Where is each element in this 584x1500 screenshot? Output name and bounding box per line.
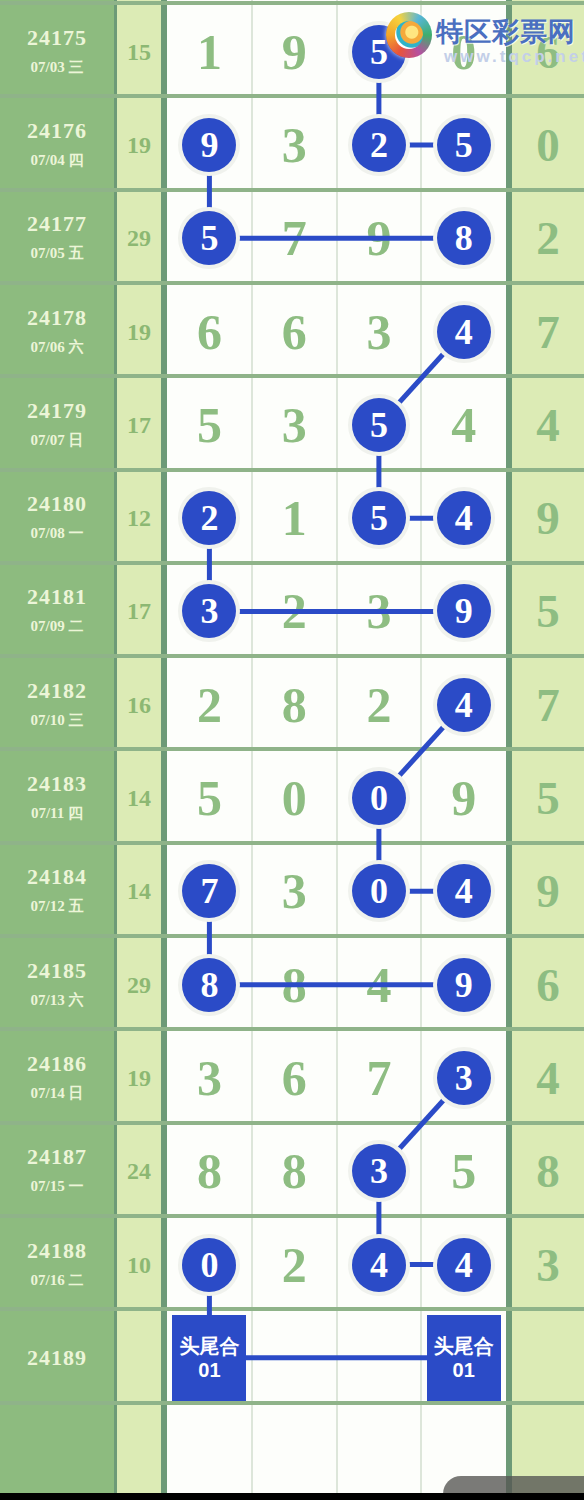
grid-digit: 0	[282, 773, 307, 823]
row-separator	[0, 94, 584, 98]
tail-digit: 3	[536, 1241, 560, 1288]
draw-date-label: 07/12 五	[31, 897, 84, 916]
tail-digit: 6	[536, 28, 560, 75]
issue-label: 24175	[27, 25, 87, 51]
issue-label: 24177	[27, 211, 87, 237]
row-separator	[0, 1307, 584, 1311]
tail-digit: 0	[536, 121, 560, 168]
grid-digit: 8	[197, 1146, 222, 1196]
tail-digit: 4	[536, 401, 560, 448]
draw-date-label: 07/03 三	[31, 57, 84, 76]
grid-digit: 3	[282, 866, 307, 916]
grid-digit: 9	[451, 773, 476, 823]
tail-digit: 8	[536, 1148, 560, 1195]
row-separator	[0, 1027, 584, 1031]
issue-label: 24188	[27, 1238, 87, 1264]
sum-value: 16	[127, 691, 151, 718]
tail-digit: 9	[536, 495, 560, 542]
row-separator	[0, 654, 584, 658]
hot-digit-circle: 4	[437, 491, 491, 545]
row-separator	[0, 1214, 584, 1218]
draw-date-label: 07/15 一	[31, 1177, 84, 1196]
hot-digit-circle: 2	[352, 118, 406, 172]
hot-digit-circle: 2	[182, 491, 236, 545]
sum-value: 15	[127, 38, 151, 65]
draw-date-label: 07/13 六	[31, 990, 84, 1009]
row-separator	[0, 841, 584, 845]
head-tail-value: 01	[453, 1358, 475, 1382]
hot-digit-circle: 4	[352, 1238, 406, 1292]
grid-digit: 9	[366, 213, 391, 263]
grid-digit: 5	[197, 773, 222, 823]
issue-label: 24189	[27, 1345, 87, 1371]
issue-label: 24179	[27, 398, 87, 424]
head-tail-label: 头尾合	[434, 1334, 494, 1358]
hot-digit-circle: 5	[352, 25, 406, 79]
issue-label: 24186	[27, 1051, 87, 1077]
draw-date-label: 07/14 日	[31, 1083, 84, 1102]
issue-label: 24180	[27, 491, 87, 517]
hot-digit-circle: 8	[182, 958, 236, 1012]
grid-digit: 6	[197, 307, 222, 357]
grid-digit: 2	[366, 680, 391, 730]
tail-digit: 6	[536, 961, 560, 1008]
draw-date-label: 07/08 一	[31, 524, 84, 543]
grid-digit: 5	[197, 400, 222, 450]
row-separator	[0, 374, 584, 378]
hot-digit-circle: 0	[352, 771, 406, 825]
grid-digit: 1	[282, 493, 307, 543]
grid-digit: 7	[282, 213, 307, 263]
hot-digit-circle: 0	[352, 864, 406, 918]
sum-value: 17	[127, 411, 151, 438]
issue-label: 24185	[27, 958, 87, 984]
head-tail-sum-box: 头尾合01	[172, 1315, 246, 1401]
hot-digit-circle: 5	[182, 211, 236, 265]
hot-digit-circle: 8	[437, 211, 491, 265]
head-tail-label: 头尾合	[179, 1334, 239, 1358]
sum-value: 10	[127, 1251, 151, 1278]
hot-digit-circle: 3	[437, 1051, 491, 1105]
tail-digit: 7	[536, 681, 560, 728]
sum-value: 14	[127, 785, 151, 812]
trend-chart-board: 2417507/03 三1519062417607/04 四1930241770…	[0, 0, 584, 1500]
draw-date-label: 07/04 四	[31, 150, 84, 169]
hot-digit-circle: 7	[182, 864, 236, 918]
draw-date-label: 07/10 三	[31, 710, 84, 729]
draw-date-label: 07/11 四	[31, 804, 83, 823]
row-separator	[0, 1401, 584, 1405]
row-separator	[0, 1, 584, 5]
hot-digit-circle: 4	[437, 864, 491, 918]
grid-digit: 0	[451, 27, 476, 77]
hot-digit-circle: 0	[182, 1238, 236, 1292]
row-separator	[0, 747, 584, 751]
floating-corner-button[interactable]	[443, 1476, 584, 1494]
sum-value: 19	[127, 318, 151, 345]
tail-digit: 5	[536, 775, 560, 822]
grid-digit: 4	[451, 400, 476, 450]
grid-digit: 2	[197, 680, 222, 730]
tail-digit: 5	[536, 588, 560, 635]
tail-digit: 9	[536, 868, 560, 915]
grid-digit: 4	[366, 960, 391, 1010]
grid-digit: 3	[197, 1053, 222, 1103]
draw-date-label: 07/06 六	[31, 337, 84, 356]
hot-digit-circle: 9	[437, 584, 491, 638]
grid-digit: 2	[282, 586, 307, 636]
tail-digit: 4	[536, 1054, 560, 1101]
issue-label: 24183	[27, 771, 87, 797]
tail-digit: 7	[536, 308, 560, 355]
grid-digit: 8	[282, 1146, 307, 1196]
grid-digit: 3	[282, 120, 307, 170]
hot-digit-circle: 4	[437, 305, 491, 359]
issue-label: 24176	[27, 118, 87, 144]
draw-date-label: 07/16 二	[31, 1270, 84, 1289]
grid-digit: 8	[282, 680, 307, 730]
head-tail-value: 01	[198, 1358, 220, 1382]
sum-value: 24	[127, 1158, 151, 1185]
hot-digit-circle: 5	[352, 491, 406, 545]
sum-value: 29	[127, 225, 151, 252]
issue-label: 24182	[27, 678, 87, 704]
sum-value: 29	[127, 971, 151, 998]
hot-digit-circle: 5	[437, 118, 491, 172]
draw-date-label: 07/05 五	[31, 244, 84, 263]
hot-digit-circle: 3	[352, 1144, 406, 1198]
row-separator	[0, 561, 584, 565]
grid-digit: 6	[282, 1053, 307, 1103]
head-tail-sum-box: 头尾合01	[427, 1315, 501, 1401]
row-separator	[0, 934, 584, 938]
issue-label: 24187	[27, 1144, 87, 1170]
draw-date-label: 07/09 二	[31, 617, 84, 636]
row-separator	[0, 468, 584, 472]
grid-digit: 8	[282, 960, 307, 1010]
grid-digit: 7	[366, 1053, 391, 1103]
tail-digit: 2	[536, 215, 560, 262]
grid-digit: 3	[366, 307, 391, 357]
grid-digit: 3	[366, 586, 391, 636]
grid-digit: 5	[451, 1146, 476, 1196]
sum-value: 14	[127, 878, 151, 905]
row-separator	[0, 188, 584, 192]
sum-value: 17	[127, 598, 151, 625]
issue-label: 24181	[27, 584, 87, 610]
row-separator	[0, 281, 584, 285]
hot-digit-circle: 9	[182, 118, 236, 172]
sum-value: 19	[127, 131, 151, 158]
hot-digit-circle: 4	[437, 1238, 491, 1292]
row-separator	[0, 1121, 584, 1125]
grid-digit: 9	[282, 27, 307, 77]
screen-bottom-edge	[0, 1493, 584, 1500]
grid-digit: 2	[282, 1240, 307, 1290]
hot-digit-circle: 3	[182, 584, 236, 638]
grid-digit: 1	[197, 27, 222, 77]
draw-date-label: 07/07 日	[31, 430, 84, 449]
sum-value: 12	[127, 505, 151, 532]
hot-digit-circle: 9	[437, 958, 491, 1012]
issue-label: 24184	[27, 864, 87, 890]
hot-digit-circle: 4	[437, 678, 491, 732]
grid-digit: 3	[282, 400, 307, 450]
sum-value: 19	[127, 1064, 151, 1091]
grid-digit: 6	[282, 307, 307, 357]
issue-label: 24178	[27, 305, 87, 331]
hot-digit-circle: 5	[352, 398, 406, 452]
